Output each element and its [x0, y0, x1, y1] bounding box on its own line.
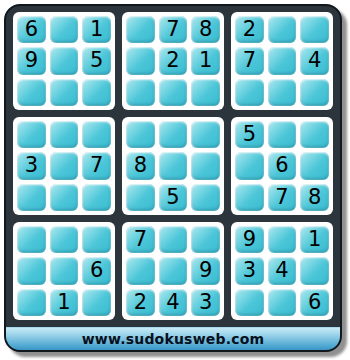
cell-r9c6[interactable]: 3	[191, 289, 220, 316]
cell-r2c9[interactable]: 4	[300, 47, 329, 74]
cell-r4c2[interactable]	[50, 121, 79, 148]
cell-r4c1[interactable]	[17, 121, 46, 148]
cell-r2c8[interactable]	[268, 47, 297, 74]
cell-r6c2[interactable]	[50, 184, 79, 211]
cell-r8c4[interactable]	[126, 257, 155, 284]
box-2-1: 37	[13, 117, 115, 215]
cell-r5c1[interactable]: 3	[17, 152, 46, 179]
footer-bar: www.sudokusweb.com	[6, 327, 340, 350]
cell-r8c2[interactable]	[50, 257, 79, 284]
sudoku-grid: 6195782127437855678617924391346	[6, 6, 340, 327]
cell-r1c3[interactable]: 1	[82, 16, 111, 43]
cell-r6c9[interactable]: 8	[300, 184, 329, 211]
cell-r5c4[interactable]: 8	[126, 152, 155, 179]
cell-r3c9[interactable]	[300, 79, 329, 106]
box-2-3: 5678	[231, 117, 333, 215]
cell-r6c1[interactable]	[17, 184, 46, 211]
cell-r3c8[interactable]	[268, 79, 297, 106]
cell-r2c7[interactable]: 7	[235, 47, 264, 74]
cell-r7c2[interactable]	[50, 226, 79, 253]
cell-r6c8[interactable]: 7	[268, 184, 297, 211]
cell-r9c2[interactable]: 1	[50, 289, 79, 316]
cell-r8c6[interactable]: 9	[191, 257, 220, 284]
cell-r7c9[interactable]: 1	[300, 226, 329, 253]
cell-r4c7[interactable]: 5	[235, 121, 264, 148]
cell-r1c8[interactable]	[268, 16, 297, 43]
cell-r3c4[interactable]	[126, 79, 155, 106]
cell-r2c3[interactable]: 5	[82, 47, 111, 74]
cell-r1c2[interactable]	[50, 16, 79, 43]
cell-r5c3[interactable]: 7	[82, 152, 111, 179]
cell-r7c7[interactable]: 9	[235, 226, 264, 253]
cell-r5c6[interactable]	[191, 152, 220, 179]
cell-r2c2[interactable]	[50, 47, 79, 74]
cell-r1c1[interactable]: 6	[17, 16, 46, 43]
cell-r3c2[interactable]	[50, 79, 79, 106]
cell-r9c3[interactable]	[82, 289, 111, 316]
cell-r4c5[interactable]	[159, 121, 188, 148]
cell-r6c3[interactable]	[82, 184, 111, 211]
cell-r5c5[interactable]	[159, 152, 188, 179]
cell-r9c9[interactable]: 6	[300, 289, 329, 316]
cell-r2c4[interactable]	[126, 47, 155, 74]
cell-r4c4[interactable]	[126, 121, 155, 148]
box-1-1: 6195	[13, 12, 115, 110]
cell-r8c7[interactable]: 3	[235, 257, 264, 284]
cell-r1c9[interactable]	[300, 16, 329, 43]
cell-r5c9[interactable]	[300, 152, 329, 179]
cell-r8c5[interactable]	[159, 257, 188, 284]
cell-r2c5[interactable]: 2	[159, 47, 188, 74]
cell-r6c4[interactable]	[126, 184, 155, 211]
cell-r7c3[interactable]	[82, 226, 111, 253]
cell-r8c1[interactable]	[17, 257, 46, 284]
cell-r3c7[interactable]	[235, 79, 264, 106]
cell-r9c4[interactable]: 2	[126, 289, 155, 316]
box-3-3: 91346	[231, 222, 333, 320]
cell-r9c5[interactable]: 4	[159, 289, 188, 316]
cell-r5c8[interactable]: 6	[268, 152, 297, 179]
box-1-2: 7821	[122, 12, 224, 110]
cell-r6c6[interactable]	[191, 184, 220, 211]
cell-r4c9[interactable]	[300, 121, 329, 148]
cell-r2c1[interactable]: 9	[17, 47, 46, 74]
cell-r6c7[interactable]	[235, 184, 264, 211]
cell-r1c5[interactable]: 7	[159, 16, 188, 43]
box-3-2: 79243	[122, 222, 224, 320]
cell-r4c8[interactable]	[268, 121, 297, 148]
cell-r9c7[interactable]	[235, 289, 264, 316]
cell-r4c6[interactable]	[191, 121, 220, 148]
cell-r8c3[interactable]: 6	[82, 257, 111, 284]
cell-r5c7[interactable]	[235, 152, 264, 179]
cell-r7c5[interactable]	[159, 226, 188, 253]
cell-r6c5[interactable]: 5	[159, 184, 188, 211]
cell-r3c1[interactable]	[17, 79, 46, 106]
box-2-2: 85	[122, 117, 224, 215]
cell-r7c6[interactable]	[191, 226, 220, 253]
cell-r8c9[interactable]	[300, 257, 329, 284]
cell-r3c6[interactable]	[191, 79, 220, 106]
cell-r5c2[interactable]	[50, 152, 79, 179]
box-3-1: 61	[13, 222, 115, 320]
cell-r1c7[interactable]: 2	[235, 16, 264, 43]
website-link[interactable]: www.sudokusweb.com	[82, 331, 265, 347]
cell-r7c8[interactable]	[268, 226, 297, 253]
cell-r4c3[interactable]	[82, 121, 111, 148]
cell-r3c3[interactable]	[82, 79, 111, 106]
cell-r1c6[interactable]: 8	[191, 16, 220, 43]
cell-r7c4[interactable]: 7	[126, 226, 155, 253]
cell-r1c4[interactable]	[126, 16, 155, 43]
cell-r9c1[interactable]	[17, 289, 46, 316]
cell-r7c1[interactable]	[17, 226, 46, 253]
sudoku-board: 6195782127437855678617924391346 www.sudo…	[4, 4, 342, 352]
cell-r2c6[interactable]: 1	[191, 47, 220, 74]
cell-r3c5[interactable]	[159, 79, 188, 106]
box-1-3: 274	[231, 12, 333, 110]
cell-r8c8[interactable]: 4	[268, 257, 297, 284]
page: 6195782127437855678617924391346 www.sudo…	[0, 0, 350, 360]
cell-r9c8[interactable]	[268, 289, 297, 316]
